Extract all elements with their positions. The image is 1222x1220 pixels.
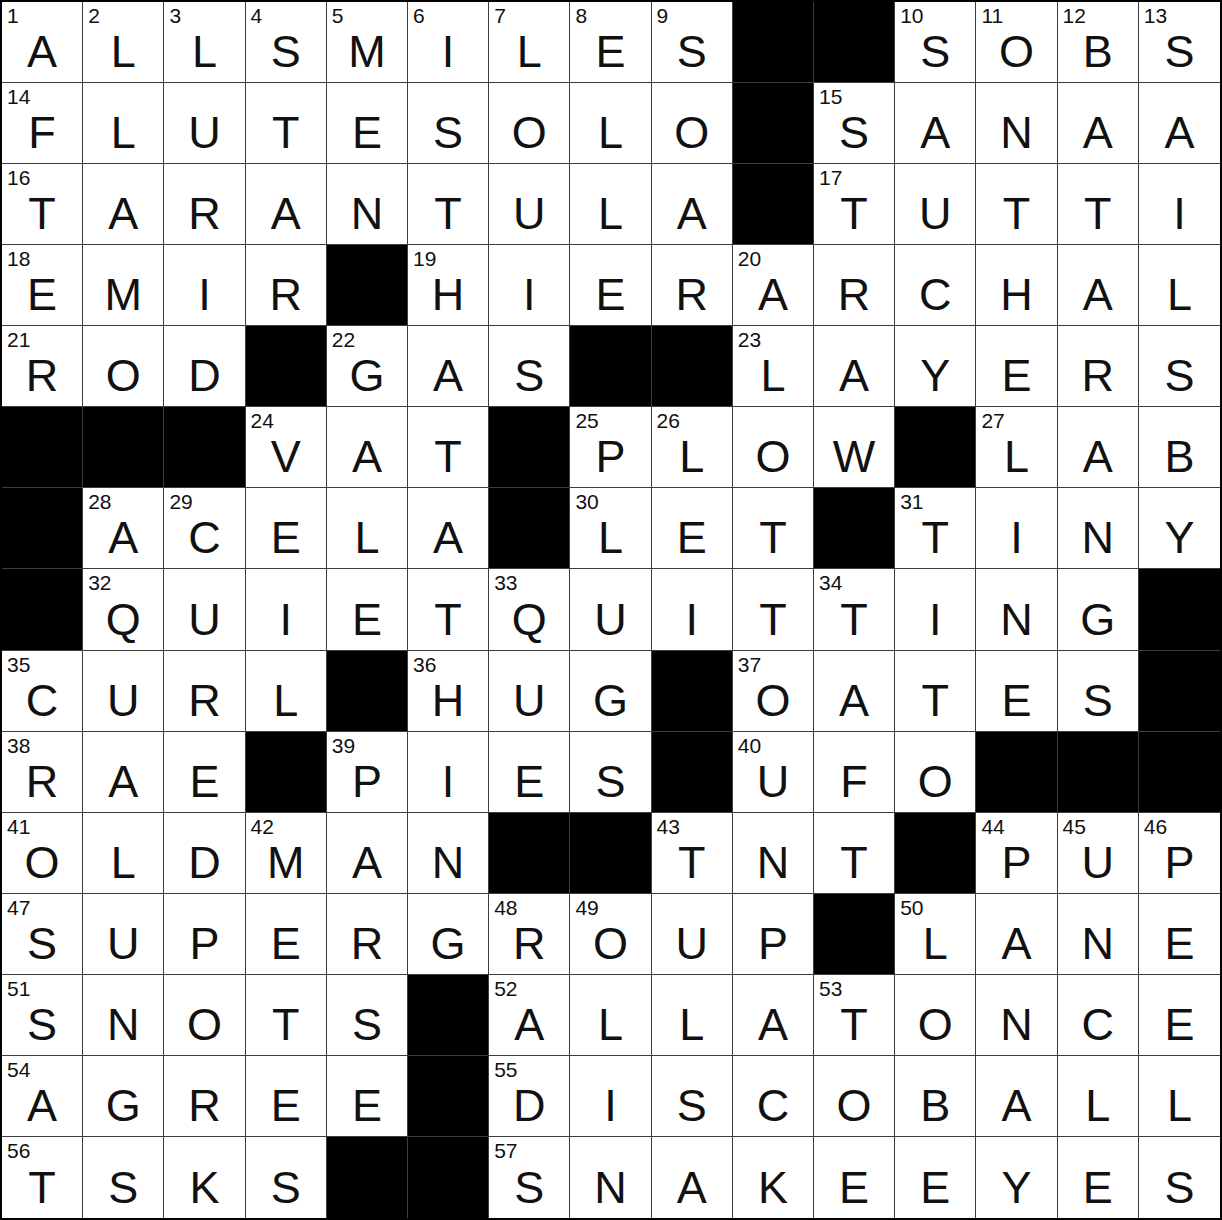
grid-cell[interactable]: I bbox=[164, 245, 245, 326]
grid-cell[interactable]: 14F bbox=[2, 83, 83, 164]
grid-cell[interactable]: T bbox=[733, 488, 814, 569]
grid-cell[interactable]: 54A bbox=[2, 1056, 83, 1137]
grid-cell[interactable]: O bbox=[164, 975, 245, 1056]
grid-cell[interactable]: A bbox=[652, 164, 733, 245]
grid-cell[interactable]: E bbox=[895, 1137, 976, 1218]
cell-letter: E bbox=[570, 29, 650, 74]
cell-letter: N bbox=[976, 110, 1056, 155]
black-cell bbox=[733, 83, 814, 164]
grid-cell[interactable]: 45U bbox=[1058, 813, 1139, 894]
cell-letter: N bbox=[408, 840, 488, 885]
grid-cell[interactable]: U bbox=[489, 651, 570, 732]
grid-cell[interactable]: U bbox=[489, 164, 570, 245]
grid-cell[interactable]: E bbox=[976, 326, 1057, 407]
black-cell bbox=[814, 894, 895, 975]
grid-cell[interactable]: 23L bbox=[733, 326, 814, 407]
cell-letter: R bbox=[164, 191, 244, 236]
grid-cell[interactable]: O bbox=[814, 1056, 895, 1137]
grid-cell[interactable]: N bbox=[976, 83, 1057, 164]
cell-letter: O bbox=[489, 110, 569, 155]
grid-cell[interactable]: E bbox=[246, 894, 327, 975]
grid-cell[interactable]: 48R bbox=[489, 894, 570, 975]
grid-cell[interactable]: D bbox=[164, 813, 245, 894]
grid-cell[interactable]: L bbox=[1139, 1056, 1220, 1137]
grid-cell[interactable]: I bbox=[976, 488, 1057, 569]
clue-number: 53 bbox=[819, 977, 842, 1000]
cell-letter: T bbox=[652, 840, 732, 885]
grid-cell[interactable]: 30L bbox=[570, 488, 651, 569]
grid-cell[interactable]: A bbox=[1058, 83, 1139, 164]
grid-cell[interactable]: N bbox=[976, 569, 1057, 650]
grid-cell[interactable]: A bbox=[83, 164, 164, 245]
grid-cell[interactable]: 21R bbox=[2, 326, 83, 407]
cell-letter: R bbox=[489, 921, 569, 966]
cell-letter: K bbox=[733, 1165, 813, 1210]
cell-letter: F bbox=[2, 110, 82, 155]
grid-cell[interactable]: A bbox=[814, 326, 895, 407]
grid-cell[interactable]: 18E bbox=[2, 245, 83, 326]
grid-cell[interactable]: T bbox=[895, 651, 976, 732]
grid-cell[interactable]: L bbox=[570, 975, 651, 1056]
grid-cell[interactable]: Y bbox=[1139, 488, 1220, 569]
clue-number: 13 bbox=[1144, 4, 1167, 27]
grid-cell[interactable]: L bbox=[246, 651, 327, 732]
grid-cell[interactable]: A bbox=[327, 813, 408, 894]
grid-cell[interactable]: I bbox=[652, 569, 733, 650]
grid-cell[interactable]: 50L bbox=[895, 894, 976, 975]
grid-cell[interactable]: W bbox=[814, 407, 895, 488]
grid-cell[interactable]: T bbox=[976, 164, 1057, 245]
grid-cell[interactable]: R bbox=[814, 245, 895, 326]
grid-cell[interactable]: 4S bbox=[246, 2, 327, 83]
grid-cell[interactable]: 40U bbox=[733, 732, 814, 813]
grid-cell[interactable]: U bbox=[164, 569, 245, 650]
grid-cell[interactable]: S bbox=[489, 326, 570, 407]
cell-letter: E bbox=[2, 272, 82, 317]
clue-number: 6 bbox=[413, 4, 425, 27]
grid-cell[interactable]: 27L bbox=[976, 407, 1057, 488]
grid-cell[interactable]: 52A bbox=[489, 975, 570, 1056]
cell-letter: O bbox=[164, 1002, 244, 1047]
cell-letter: E bbox=[652, 515, 732, 560]
cell-letter: R bbox=[246, 272, 326, 317]
cell-letter: T bbox=[814, 840, 894, 885]
grid-cell[interactable]: N bbox=[83, 975, 164, 1056]
cell-letter: V bbox=[246, 434, 326, 479]
cell-letter: L bbox=[246, 678, 326, 723]
cell-letter: G bbox=[83, 1083, 163, 1128]
grid-cell[interactable]: U bbox=[652, 894, 733, 975]
cell-letter: N bbox=[1058, 921, 1138, 966]
cell-letter: A bbox=[2, 1083, 82, 1128]
cell-letter: E bbox=[570, 272, 650, 317]
cell-letter: H bbox=[408, 678, 488, 723]
black-cell bbox=[83, 407, 164, 488]
black-cell bbox=[408, 1056, 489, 1137]
grid-cell[interactable]: 55D bbox=[489, 1056, 570, 1137]
cell-letter: U bbox=[164, 597, 244, 642]
grid-cell[interactable]: L bbox=[570, 164, 651, 245]
cell-letter: U bbox=[652, 921, 732, 966]
grid-cell[interactable]: K bbox=[733, 1137, 814, 1218]
cell-letter: T bbox=[895, 678, 975, 723]
grid-cell[interactable]: E bbox=[246, 488, 327, 569]
grid-cell[interactable]: H bbox=[976, 245, 1057, 326]
grid-cell[interactable]: 29C bbox=[164, 488, 245, 569]
grid-cell[interactable]: 28A bbox=[83, 488, 164, 569]
grid-cell[interactable]: T bbox=[814, 813, 895, 894]
cell-letter: U bbox=[489, 678, 569, 723]
cell-letter: F bbox=[814, 759, 894, 804]
grid-cell[interactable]: 49O bbox=[570, 894, 651, 975]
grid-cell[interactable]: 17T bbox=[814, 164, 895, 245]
grid-cell[interactable]: U bbox=[83, 651, 164, 732]
grid-cell[interactable]: R bbox=[327, 894, 408, 975]
grid-cell[interactable]: L bbox=[1058, 1056, 1139, 1137]
grid-cell[interactable]: B bbox=[895, 1056, 976, 1137]
black-cell bbox=[327, 1137, 408, 1218]
clue-number: 4 bbox=[251, 4, 263, 27]
grid-cell[interactable]: T bbox=[246, 83, 327, 164]
grid-cell[interactable]: A bbox=[814, 651, 895, 732]
grid-cell[interactable]: M bbox=[83, 245, 164, 326]
grid-cell[interactable]: C bbox=[733, 1056, 814, 1137]
cell-letter: R bbox=[1058, 353, 1138, 398]
grid-cell[interactable]: U bbox=[895, 164, 976, 245]
grid-cell[interactable]: I bbox=[1139, 164, 1220, 245]
grid-cell[interactable]: I bbox=[489, 245, 570, 326]
cell-letter: B bbox=[1058, 29, 1138, 74]
grid-cell[interactable]: S bbox=[1139, 326, 1220, 407]
grid-cell[interactable]: S bbox=[83, 1137, 164, 1218]
grid-cell[interactable]: A bbox=[1058, 407, 1139, 488]
grid-cell[interactable]: 39P bbox=[327, 732, 408, 813]
grid-cell[interactable]: P bbox=[733, 894, 814, 975]
black-cell bbox=[895, 813, 976, 894]
cell-letter: A bbox=[83, 191, 163, 236]
grid-cell[interactable]: L bbox=[1139, 245, 1220, 326]
cell-letter: S bbox=[1139, 29, 1220, 74]
crossword-board: 1A2L3L4S5M6I7L8E9S10S11O12B13S14FLUTESOL… bbox=[0, 0, 1222, 1220]
cell-letter: L bbox=[1139, 272, 1220, 317]
cell-letter: O bbox=[2, 840, 82, 885]
grid-cell[interactable]: E bbox=[164, 732, 245, 813]
grid-cell[interactable]: L bbox=[83, 83, 164, 164]
grid-cell[interactable]: S bbox=[1058, 651, 1139, 732]
grid-cell[interactable]: A bbox=[1139, 83, 1220, 164]
grid-cell[interactable]: 47S bbox=[2, 894, 83, 975]
grid-cell[interactable]: O bbox=[895, 732, 976, 813]
grid-cell[interactable]: G bbox=[83, 1056, 164, 1137]
grid-cell[interactable]: A bbox=[246, 164, 327, 245]
cell-letter: T bbox=[733, 515, 813, 560]
grid-cell[interactable]: 36H bbox=[408, 651, 489, 732]
grid-cell[interactable]: A bbox=[652, 1137, 733, 1218]
grid-cell[interactable]: L bbox=[83, 813, 164, 894]
cell-letter: C bbox=[733, 1083, 813, 1128]
black-cell bbox=[1058, 732, 1139, 813]
cell-letter: M bbox=[83, 272, 163, 317]
grid-cell[interactable]: 51S bbox=[2, 975, 83, 1056]
grid-cell[interactable]: O bbox=[489, 83, 570, 164]
grid-cell[interactable]: 31T bbox=[895, 488, 976, 569]
cell-letter: P bbox=[976, 840, 1056, 885]
clue-number: 42 bbox=[251, 815, 274, 838]
grid-cell[interactable]: C bbox=[1058, 975, 1139, 1056]
grid-cell[interactable]: N bbox=[733, 813, 814, 894]
grid-cell[interactable]: 11O bbox=[976, 2, 1057, 83]
grid-cell[interactable]: S bbox=[570, 732, 651, 813]
grid-cell[interactable]: C bbox=[895, 245, 976, 326]
cell-letter: I bbox=[570, 1083, 650, 1128]
cell-letter: Q bbox=[83, 597, 163, 642]
cell-letter: R bbox=[652, 272, 732, 317]
grid-cell[interactable]: O bbox=[895, 975, 976, 1056]
grid-cell[interactable]: K bbox=[164, 1137, 245, 1218]
clue-number: 3 bbox=[169, 4, 181, 27]
grid-cell[interactable]: R bbox=[164, 651, 245, 732]
black-cell bbox=[2, 488, 83, 569]
grid-cell[interactable]: P bbox=[164, 894, 245, 975]
cell-letter: O bbox=[652, 110, 732, 155]
clue-number: 11 bbox=[981, 4, 1003, 27]
grid-cell[interactable]: 6I bbox=[408, 2, 489, 83]
black-cell bbox=[489, 488, 570, 569]
grid-cell[interactable]: 25P bbox=[570, 407, 651, 488]
grid-cell[interactable]: 5M bbox=[327, 2, 408, 83]
grid-cell[interactable]: 1A bbox=[2, 2, 83, 83]
grid-cell[interactable]: A bbox=[733, 975, 814, 1056]
cell-letter: L bbox=[1058, 1083, 1138, 1128]
grid-cell[interactable]: 9S bbox=[652, 2, 733, 83]
grid-cell[interactable]: L bbox=[327, 488, 408, 569]
grid-cell[interactable]: S bbox=[327, 975, 408, 1056]
grid-cell[interactable]: 32Q bbox=[83, 569, 164, 650]
cell-letter: S bbox=[1139, 353, 1220, 398]
grid-cell[interactable]: T bbox=[733, 569, 814, 650]
grid-cell[interactable]: A bbox=[976, 1056, 1057, 1137]
cell-letter: E bbox=[976, 678, 1056, 723]
grid-cell[interactable]: E bbox=[489, 732, 570, 813]
grid-cell[interactable]: A bbox=[408, 488, 489, 569]
cell-letter: O bbox=[83, 353, 163, 398]
cell-letter: S bbox=[895, 29, 975, 74]
grid-cell[interactable]: T bbox=[246, 975, 327, 1056]
cell-letter: A bbox=[1058, 272, 1138, 317]
grid-cell[interactable]: I bbox=[246, 569, 327, 650]
grid-cell[interactable]: 12B bbox=[1058, 2, 1139, 83]
grid-cell[interactable]: 38R bbox=[2, 732, 83, 813]
cell-letter: D bbox=[489, 1083, 569, 1128]
cell-letter: R bbox=[327, 921, 407, 966]
clue-number: 35 bbox=[7, 653, 30, 676]
grid-cell[interactable]: E bbox=[652, 488, 733, 569]
grid-cell[interactable]: N bbox=[570, 1137, 651, 1218]
clue-number: 20 bbox=[738, 247, 761, 270]
grid-cell[interactable]: O bbox=[733, 407, 814, 488]
grid-cell[interactable]: A bbox=[1058, 245, 1139, 326]
cell-letter: A bbox=[733, 1002, 813, 1047]
cell-letter: T bbox=[814, 597, 894, 642]
black-cell bbox=[327, 245, 408, 326]
grid-cell[interactable]: 22G bbox=[327, 326, 408, 407]
cell-letter: A bbox=[1058, 434, 1138, 479]
grid-cell[interactable]: F bbox=[814, 732, 895, 813]
grid-cell[interactable]: E bbox=[1139, 894, 1220, 975]
grid-cell[interactable]: N bbox=[1058, 488, 1139, 569]
grid-cell[interactable]: S bbox=[652, 1056, 733, 1137]
grid-cell[interactable]: 3L bbox=[164, 2, 245, 83]
grid-cell[interactable]: 16T bbox=[2, 164, 83, 245]
cell-letter: G bbox=[570, 678, 650, 723]
grid-cell[interactable]: T bbox=[408, 569, 489, 650]
grid-cell[interactable]: A bbox=[408, 326, 489, 407]
grid-cell[interactable]: G bbox=[570, 651, 651, 732]
grid-cell[interactable]: N bbox=[1058, 894, 1139, 975]
grid-cell[interactable]: R bbox=[652, 245, 733, 326]
grid-cell[interactable]: 2L bbox=[83, 2, 164, 83]
cell-letter: S bbox=[408, 110, 488, 155]
grid-cell[interactable]: L bbox=[570, 83, 651, 164]
grid-cell[interactable]: G bbox=[1058, 569, 1139, 650]
grid-cell[interactable]: R bbox=[164, 164, 245, 245]
cell-letter: S bbox=[570, 759, 650, 804]
grid-cell[interactable]: 15S bbox=[814, 83, 895, 164]
cell-letter: I bbox=[1139, 191, 1220, 236]
grid-cell[interactable]: E bbox=[327, 83, 408, 164]
clue-number: 12 bbox=[1063, 4, 1086, 27]
grid-cell[interactable]: B bbox=[1139, 407, 1220, 488]
cell-letter: N bbox=[976, 1002, 1056, 1047]
grid-cell[interactable]: Y bbox=[895, 326, 976, 407]
grid-cell[interactable]: 56T bbox=[2, 1137, 83, 1218]
cell-letter: U bbox=[733, 759, 813, 804]
grid-cell[interactable]: G bbox=[408, 894, 489, 975]
grid-cell[interactable]: A bbox=[895, 83, 976, 164]
cell-letter: T bbox=[408, 191, 488, 236]
black-cell bbox=[814, 488, 895, 569]
clue-number: 33 bbox=[494, 571, 517, 594]
cell-letter: B bbox=[895, 1083, 975, 1128]
grid-cell[interactable]: E bbox=[246, 1056, 327, 1137]
grid-cell[interactable]: 33Q bbox=[489, 569, 570, 650]
grid-cell[interactable]: U bbox=[83, 894, 164, 975]
grid-cell[interactable]: S bbox=[1139, 1137, 1220, 1218]
cell-letter: U bbox=[1058, 840, 1138, 885]
grid-cell[interactable]: E bbox=[814, 1137, 895, 1218]
cell-letter: T bbox=[814, 191, 894, 236]
cell-letter: A bbox=[652, 1165, 732, 1210]
cell-letter: L bbox=[652, 434, 732, 479]
grid-cell[interactable]: E bbox=[327, 1056, 408, 1137]
grid-cell[interactable]: T bbox=[408, 407, 489, 488]
grid-cell[interactable]: O bbox=[652, 83, 733, 164]
grid-cell[interactable]: 41O bbox=[2, 813, 83, 894]
grid-cell[interactable]: I bbox=[408, 732, 489, 813]
grid-cell[interactable]: 35C bbox=[2, 651, 83, 732]
grid-cell[interactable]: 37O bbox=[733, 651, 814, 732]
grid-cell[interactable]: 19H bbox=[408, 245, 489, 326]
clue-number: 8 bbox=[575, 4, 587, 27]
grid-cell[interactable]: 7L bbox=[489, 2, 570, 83]
cell-letter: U bbox=[83, 921, 163, 966]
grid-cell[interactable]: E bbox=[1139, 975, 1220, 1056]
grid-cell[interactable]: 20A bbox=[733, 245, 814, 326]
grid-cell[interactable]: 57S bbox=[489, 1137, 570, 1218]
grid-cell[interactable]: D bbox=[164, 326, 245, 407]
black-cell bbox=[246, 732, 327, 813]
grid-cell[interactable]: E bbox=[327, 569, 408, 650]
clue-number: 17 bbox=[819, 166, 842, 189]
grid-cell[interactable]: E bbox=[976, 651, 1057, 732]
grid-cell[interactable]: O bbox=[83, 326, 164, 407]
grid-cell[interactable]: A bbox=[83, 732, 164, 813]
clue-number: 19 bbox=[413, 247, 436, 270]
grid-cell[interactable]: S bbox=[408, 83, 489, 164]
cell-letter: S bbox=[652, 1083, 732, 1128]
grid-cell[interactable]: I bbox=[570, 1056, 651, 1137]
grid-cell[interactable]: 8E bbox=[570, 2, 651, 83]
grid-cell[interactable]: I bbox=[895, 569, 976, 650]
cell-letter: A bbox=[814, 353, 894, 398]
grid-cell[interactable]: 34T bbox=[814, 569, 895, 650]
cell-letter: I bbox=[652, 597, 732, 642]
grid-cell[interactable]: 43T bbox=[652, 813, 733, 894]
grid-cell[interactable]: A bbox=[327, 407, 408, 488]
cell-letter: P bbox=[327, 759, 407, 804]
grid-cell[interactable]: S bbox=[246, 1137, 327, 1218]
clue-number: 56 bbox=[7, 1139, 30, 1162]
grid-cell[interactable]: 13S bbox=[1139, 2, 1220, 83]
grid-cell[interactable]: 42M bbox=[246, 813, 327, 894]
cell-letter: T bbox=[246, 110, 326, 155]
cell-letter: S bbox=[1058, 678, 1138, 723]
grid-cell[interactable]: N bbox=[327, 164, 408, 245]
grid-cell[interactable]: Y bbox=[976, 1137, 1057, 1218]
grid-cell[interactable]: 53T bbox=[814, 975, 895, 1056]
grid-cell[interactable]: 10S bbox=[895, 2, 976, 83]
grid-cell[interactable]: N bbox=[976, 975, 1057, 1056]
grid-cell[interactable]: E bbox=[1058, 1137, 1139, 1218]
grid-cell[interactable]: T bbox=[1058, 164, 1139, 245]
grid-cell[interactable]: R bbox=[1058, 326, 1139, 407]
grid-cell[interactable]: 46P bbox=[1139, 813, 1220, 894]
clue-number: 22 bbox=[332, 328, 355, 351]
grid-cell[interactable]: E bbox=[570, 245, 651, 326]
grid-cell[interactable]: 44P bbox=[976, 813, 1057, 894]
grid-cell[interactable]: 26L bbox=[652, 407, 733, 488]
cell-letter: E bbox=[976, 353, 1056, 398]
grid-cell[interactable]: L bbox=[652, 975, 733, 1056]
black-cell bbox=[814, 2, 895, 83]
grid-cell[interactable]: R bbox=[164, 1056, 245, 1137]
cell-letter: A bbox=[327, 840, 407, 885]
grid-cell[interactable]: N bbox=[408, 813, 489, 894]
cell-letter: E bbox=[489, 759, 569, 804]
grid-cell[interactable]: U bbox=[570, 569, 651, 650]
grid-cell[interactable]: U bbox=[164, 83, 245, 164]
grid-cell[interactable]: R bbox=[246, 245, 327, 326]
cell-letter: L bbox=[895, 921, 975, 966]
clue-number: 45 bbox=[1063, 815, 1086, 838]
cell-letter: C bbox=[2, 678, 82, 723]
grid-cell[interactable]: T bbox=[408, 164, 489, 245]
grid-cell[interactable]: 24V bbox=[246, 407, 327, 488]
grid-cell[interactable]: A bbox=[976, 894, 1057, 975]
black-cell bbox=[570, 326, 651, 407]
cell-letter: P bbox=[733, 921, 813, 966]
clue-number: 5 bbox=[332, 4, 344, 27]
